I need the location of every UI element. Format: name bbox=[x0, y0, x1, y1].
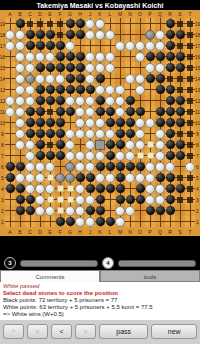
board-point-E6[interactable] bbox=[45, 161, 55, 172]
board-point-B2[interactable] bbox=[15, 205, 25, 216]
board-point-C2[interactable] bbox=[25, 205, 35, 216]
board-point-Q16[interactable] bbox=[155, 51, 165, 62]
board-point-P18[interactable] bbox=[145, 29, 155, 40]
board-point-R5[interactable] bbox=[165, 172, 175, 183]
board-point-N1[interactable] bbox=[125, 216, 135, 227]
board-point-H11[interactable] bbox=[75, 106, 85, 117]
board-point-M3[interactable] bbox=[115, 194, 125, 205]
board-point-Q1[interactable] bbox=[155, 216, 165, 227]
board-point-G17[interactable] bbox=[65, 40, 75, 51]
board-point-D17[interactable] bbox=[35, 40, 45, 51]
board-point-S5[interactable] bbox=[175, 172, 185, 183]
board-point-J10[interactable] bbox=[85, 117, 95, 128]
board-point-H12[interactable] bbox=[75, 95, 85, 106]
board-point-B11[interactable] bbox=[15, 106, 25, 117]
board-point-D13[interactable] bbox=[35, 84, 45, 95]
board-point-K8[interactable] bbox=[95, 139, 105, 150]
board-point-T7[interactable] bbox=[185, 150, 195, 161]
board-point-L18[interactable] bbox=[105, 29, 115, 40]
board-point-O7[interactable] bbox=[135, 150, 145, 161]
board-point-K2[interactable] bbox=[95, 205, 105, 216]
board-point-A9[interactable] bbox=[5, 128, 15, 139]
board-point-G19[interactable] bbox=[65, 18, 75, 29]
board-point-L13[interactable] bbox=[105, 84, 115, 95]
board-point-J1[interactable] bbox=[85, 216, 95, 227]
board-point-E8[interactable] bbox=[45, 139, 55, 150]
board-point-O15[interactable] bbox=[135, 62, 145, 73]
board-point-P16[interactable] bbox=[145, 51, 155, 62]
board-point-F10[interactable] bbox=[55, 117, 65, 128]
board-point-F15[interactable] bbox=[55, 62, 65, 73]
board-point-P8[interactable] bbox=[145, 139, 155, 150]
board-point-B4[interactable] bbox=[15, 183, 25, 194]
board-point-O9[interactable] bbox=[135, 128, 145, 139]
board-point-T4[interactable] bbox=[185, 183, 195, 194]
board-point-H2[interactable] bbox=[75, 205, 85, 216]
white-seekbar[interactable] bbox=[118, 260, 196, 267]
board-point-R4[interactable] bbox=[165, 183, 175, 194]
board-point-S18[interactable] bbox=[175, 29, 185, 40]
board-point-F14[interactable] bbox=[55, 73, 65, 84]
board-point-Q8[interactable] bbox=[155, 139, 165, 150]
board-point-S3[interactable] bbox=[175, 194, 185, 205]
board-point-J15[interactable] bbox=[85, 62, 95, 73]
board-point-J2[interactable] bbox=[85, 205, 95, 216]
board-point-M18[interactable] bbox=[115, 29, 125, 40]
board-point-C4[interactable] bbox=[25, 183, 35, 194]
board-point-D5[interactable] bbox=[35, 172, 45, 183]
board-point-L2[interactable] bbox=[105, 205, 115, 216]
board-point-E3[interactable] bbox=[45, 194, 55, 205]
board-point-G4[interactable] bbox=[65, 183, 75, 194]
board-point-M12[interactable] bbox=[115, 95, 125, 106]
board-point-E7[interactable] bbox=[45, 150, 55, 161]
board-point-C11[interactable] bbox=[25, 106, 35, 117]
board-point-O6[interactable] bbox=[135, 161, 145, 172]
board-point-L15[interactable] bbox=[105, 62, 115, 73]
board-point-J18[interactable] bbox=[85, 29, 95, 40]
board-point-P13[interactable] bbox=[145, 84, 155, 95]
board-point-R10[interactable] bbox=[165, 117, 175, 128]
board-point-D19[interactable] bbox=[35, 18, 45, 29]
board-point-K5[interactable] bbox=[95, 172, 105, 183]
board-point-M6[interactable] bbox=[115, 161, 125, 172]
board-point-R17[interactable] bbox=[165, 40, 175, 51]
board-point-H4[interactable] bbox=[75, 183, 85, 194]
board-point-G8[interactable] bbox=[65, 139, 75, 150]
board-point-P3[interactable] bbox=[145, 194, 155, 205]
board-point-H3[interactable] bbox=[75, 194, 85, 205]
board-point-C8[interactable] bbox=[25, 139, 35, 150]
board-point-G9[interactable] bbox=[65, 128, 75, 139]
board-point-H8[interactable] bbox=[75, 139, 85, 150]
pass-button[interactable]: pass bbox=[99, 324, 148, 339]
board-point-L5[interactable] bbox=[105, 172, 115, 183]
board-point-Q4[interactable] bbox=[155, 183, 165, 194]
board-point-T9[interactable] bbox=[185, 128, 195, 139]
board-point-T19[interactable] bbox=[185, 18, 195, 29]
board-point-F3[interactable] bbox=[55, 194, 65, 205]
board-point-F6[interactable] bbox=[55, 161, 65, 172]
board-point-B7[interactable] bbox=[15, 150, 25, 161]
board-point-K15[interactable] bbox=[95, 62, 105, 73]
board-point-A6[interactable] bbox=[5, 161, 15, 172]
board-point-E10[interactable] bbox=[45, 117, 55, 128]
board-point-Q2[interactable] bbox=[155, 205, 165, 216]
board-point-H16[interactable] bbox=[75, 51, 85, 62]
board-point-N19[interactable] bbox=[125, 18, 135, 29]
board-point-N8[interactable] bbox=[125, 139, 135, 150]
board-point-H13[interactable] bbox=[75, 84, 85, 95]
board-point-J16[interactable] bbox=[85, 51, 95, 62]
board-point-H7[interactable] bbox=[75, 150, 85, 161]
board-point-J7[interactable] bbox=[85, 150, 95, 161]
board-point-F13[interactable] bbox=[55, 84, 65, 95]
board-point-H5[interactable] bbox=[75, 172, 85, 183]
board-point-B16[interactable] bbox=[15, 51, 25, 62]
board-point-Q7[interactable] bbox=[155, 150, 165, 161]
board-point-N12[interactable] bbox=[125, 95, 135, 106]
board-point-S7[interactable] bbox=[175, 150, 185, 161]
board-point-B19[interactable] bbox=[15, 18, 25, 29]
board-point-C19[interactable] bbox=[25, 18, 35, 29]
board-point-L1[interactable] bbox=[105, 216, 115, 227]
board-point-T16[interactable] bbox=[185, 51, 195, 62]
board-point-O12[interactable] bbox=[135, 95, 145, 106]
board-point-H19[interactable] bbox=[75, 18, 85, 29]
board-point-L6[interactable] bbox=[105, 161, 115, 172]
board-point-B6[interactable] bbox=[15, 161, 25, 172]
board-point-O18[interactable] bbox=[135, 29, 145, 40]
board-point-P11[interactable] bbox=[145, 106, 155, 117]
board-point-N6[interactable] bbox=[125, 161, 135, 172]
board-point-R19[interactable] bbox=[165, 18, 175, 29]
board-point-J3[interactable] bbox=[85, 194, 95, 205]
board-point-O4[interactable] bbox=[135, 183, 145, 194]
board-point-R18[interactable] bbox=[165, 29, 175, 40]
board-point-P17[interactable] bbox=[145, 40, 155, 51]
board-point-O14[interactable] bbox=[135, 73, 145, 84]
board-point-P10[interactable] bbox=[145, 117, 155, 128]
board-point-R12[interactable] bbox=[165, 95, 175, 106]
tab-tools[interactable]: tools bbox=[100, 270, 200, 282]
board-point-A4[interactable] bbox=[5, 183, 15, 194]
board-point-A15[interactable] bbox=[5, 62, 15, 73]
black-seekbar[interactable] bbox=[20, 260, 98, 267]
board-point-E2[interactable] bbox=[45, 205, 55, 216]
board-point-M16[interactable] bbox=[115, 51, 125, 62]
board-point-D10[interactable] bbox=[35, 117, 45, 128]
board-point-R14[interactable] bbox=[165, 73, 175, 84]
board-point-M8[interactable] bbox=[115, 139, 125, 150]
new-game-button[interactable]: new bbox=[151, 324, 197, 339]
board-point-T3[interactable] bbox=[185, 194, 195, 205]
board-point-O11[interactable] bbox=[135, 106, 145, 117]
board-point-A14[interactable] bbox=[5, 73, 15, 84]
board-point-E11[interactable] bbox=[45, 106, 55, 117]
board-point-F5[interactable] bbox=[55, 172, 65, 183]
board-point-F19[interactable] bbox=[55, 18, 65, 29]
board-point-B8[interactable] bbox=[15, 139, 25, 150]
board-point-Q15[interactable] bbox=[155, 62, 165, 73]
board-point-S2[interactable] bbox=[175, 205, 185, 216]
board-point-T14[interactable] bbox=[185, 73, 195, 84]
board-point-P15[interactable] bbox=[145, 62, 155, 73]
board-point-P1[interactable] bbox=[145, 216, 155, 227]
board-point-D4[interactable] bbox=[35, 183, 45, 194]
board-point-R8[interactable] bbox=[165, 139, 175, 150]
board-point-S13[interactable] bbox=[175, 84, 185, 95]
board-point-Q17[interactable] bbox=[155, 40, 165, 51]
board-point-Q3[interactable] bbox=[155, 194, 165, 205]
board-point-G13[interactable] bbox=[65, 84, 75, 95]
board-point-O19[interactable] bbox=[135, 18, 145, 29]
board-point-N13[interactable] bbox=[125, 84, 135, 95]
board-point-B9[interactable] bbox=[15, 128, 25, 139]
board-point-A7[interactable] bbox=[5, 150, 15, 161]
board-point-E13[interactable] bbox=[45, 84, 55, 95]
board-point-G2[interactable] bbox=[65, 205, 75, 216]
board-point-K13[interactable] bbox=[95, 84, 105, 95]
board-point-C14[interactable] bbox=[25, 73, 35, 84]
board-point-B14[interactable] bbox=[15, 73, 25, 84]
board-point-M5[interactable] bbox=[115, 172, 125, 183]
board-point-M10[interactable] bbox=[115, 117, 125, 128]
board-point-G18[interactable] bbox=[65, 29, 75, 40]
board-point-F4[interactable] bbox=[55, 183, 65, 194]
board-point-F17[interactable] bbox=[55, 40, 65, 51]
board-point-S8[interactable] bbox=[175, 139, 185, 150]
board-point-C10[interactable] bbox=[25, 117, 35, 128]
board-point-M4[interactable] bbox=[115, 183, 125, 194]
board-point-R9[interactable] bbox=[165, 128, 175, 139]
board-point-C6[interactable] bbox=[25, 161, 35, 172]
board-point-R13[interactable] bbox=[165, 84, 175, 95]
board-point-Q6[interactable] bbox=[155, 161, 165, 172]
board-point-G1[interactable] bbox=[65, 216, 75, 227]
board-point-D8[interactable] bbox=[35, 139, 45, 150]
board-point-F18[interactable] bbox=[55, 29, 65, 40]
board-point-D16[interactable] bbox=[35, 51, 45, 62]
board-point-P9[interactable] bbox=[145, 128, 155, 139]
board-point-A18[interactable] bbox=[5, 29, 15, 40]
board-point-N2[interactable] bbox=[125, 205, 135, 216]
board-point-S16[interactable] bbox=[175, 51, 185, 62]
board-point-N4[interactable] bbox=[125, 183, 135, 194]
board-point-Q9[interactable] bbox=[155, 128, 165, 139]
board-point-A16[interactable] bbox=[5, 51, 15, 62]
board-point-A19[interactable] bbox=[5, 18, 15, 29]
board-point-R2[interactable] bbox=[165, 205, 175, 216]
board-point-C3[interactable] bbox=[25, 194, 35, 205]
board-point-K6[interactable] bbox=[95, 161, 105, 172]
board-point-G14[interactable] bbox=[65, 73, 75, 84]
board-point-K9[interactable] bbox=[95, 128, 105, 139]
board-point-O2[interactable] bbox=[135, 205, 145, 216]
board-point-D11[interactable] bbox=[35, 106, 45, 117]
board-point-B12[interactable] bbox=[15, 95, 25, 106]
board-point-S17[interactable] bbox=[175, 40, 185, 51]
board-point-N14[interactable] bbox=[125, 73, 135, 84]
board-point-F16[interactable] bbox=[55, 51, 65, 62]
board-point-M7[interactable] bbox=[115, 150, 125, 161]
board-point-E16[interactable] bbox=[45, 51, 55, 62]
board-point-O5[interactable] bbox=[135, 172, 145, 183]
board-point-S11[interactable] bbox=[175, 106, 185, 117]
board-point-H14[interactable] bbox=[75, 73, 85, 84]
board-point-O13[interactable] bbox=[135, 84, 145, 95]
board-point-G7[interactable] bbox=[65, 150, 75, 161]
board-point-S9[interactable] bbox=[175, 128, 185, 139]
board-point-J14[interactable] bbox=[85, 73, 95, 84]
board-point-C16[interactable] bbox=[25, 51, 35, 62]
board-point-R7[interactable] bbox=[165, 150, 175, 161]
board-point-F9[interactable] bbox=[55, 128, 65, 139]
board-point-L12[interactable] bbox=[105, 95, 115, 106]
board-point-A2[interactable] bbox=[5, 205, 15, 216]
board-point-O10[interactable] bbox=[135, 117, 145, 128]
board-point-L14[interactable] bbox=[105, 73, 115, 84]
board-point-K18[interactable] bbox=[95, 29, 105, 40]
board-point-C18[interactable] bbox=[25, 29, 35, 40]
board-point-S6[interactable] bbox=[175, 161, 185, 172]
board-point-O1[interactable] bbox=[135, 216, 145, 227]
board-point-A13[interactable] bbox=[5, 84, 15, 95]
board-point-D15[interactable] bbox=[35, 62, 45, 73]
board-point-H18[interactable] bbox=[75, 29, 85, 40]
board-point-K11[interactable] bbox=[95, 106, 105, 117]
board-point-T2[interactable] bbox=[185, 205, 195, 216]
board-point-M9[interactable] bbox=[115, 128, 125, 139]
board-point-Q13[interactable] bbox=[155, 84, 165, 95]
board-point-C12[interactable] bbox=[25, 95, 35, 106]
board-point-A5[interactable] bbox=[5, 172, 15, 183]
board-point-R3[interactable] bbox=[165, 194, 175, 205]
board-point-N9[interactable] bbox=[125, 128, 135, 139]
board-point-M13[interactable] bbox=[115, 84, 125, 95]
board-point-N3[interactable] bbox=[125, 194, 135, 205]
board-point-F7[interactable] bbox=[55, 150, 65, 161]
board-point-H6[interactable] bbox=[75, 161, 85, 172]
board-point-A1[interactable] bbox=[5, 216, 15, 227]
board-point-D1[interactable] bbox=[35, 216, 45, 227]
board-point-S19[interactable] bbox=[175, 18, 185, 29]
board-point-G5[interactable] bbox=[65, 172, 75, 183]
board-point-D3[interactable] bbox=[35, 194, 45, 205]
board-point-K17[interactable] bbox=[95, 40, 105, 51]
board-point-P7[interactable] bbox=[145, 150, 155, 161]
board-point-Q5[interactable] bbox=[155, 172, 165, 183]
board-point-N7[interactable] bbox=[125, 150, 135, 161]
board-point-K1[interactable] bbox=[95, 216, 105, 227]
board-point-M15[interactable] bbox=[115, 62, 125, 73]
board-point-K12[interactable] bbox=[95, 95, 105, 106]
board-point-P19[interactable] bbox=[145, 18, 155, 29]
board-point-N17[interactable] bbox=[125, 40, 135, 51]
board-point-S1[interactable] bbox=[175, 216, 185, 227]
board-point-H15[interactable] bbox=[75, 62, 85, 73]
board-point-H17[interactable] bbox=[75, 40, 85, 51]
board-point-D2[interactable] bbox=[35, 205, 45, 216]
board-point-S12[interactable] bbox=[175, 95, 185, 106]
board-point-N16[interactable] bbox=[125, 51, 135, 62]
board-point-L4[interactable] bbox=[105, 183, 115, 194]
board-point-S14[interactable] bbox=[175, 73, 185, 84]
board-point-T8[interactable] bbox=[185, 139, 195, 150]
board-point-G3[interactable] bbox=[65, 194, 75, 205]
board-point-B13[interactable] bbox=[15, 84, 25, 95]
board-point-P12[interactable] bbox=[145, 95, 155, 106]
board-point-T10[interactable] bbox=[185, 117, 195, 128]
board-point-L11[interactable] bbox=[105, 106, 115, 117]
board-point-C1[interactable] bbox=[25, 216, 35, 227]
board-point-E12[interactable] bbox=[45, 95, 55, 106]
tab-comments[interactable]: Comments bbox=[0, 270, 100, 282]
board-point-E4[interactable] bbox=[45, 183, 55, 194]
board-point-N15[interactable] bbox=[125, 62, 135, 73]
board-point-J13[interactable] bbox=[85, 84, 95, 95]
board-point-O16[interactable] bbox=[135, 51, 145, 62]
board-point-G6[interactable] bbox=[65, 161, 75, 172]
board-point-K19[interactable] bbox=[95, 18, 105, 29]
board-point-J12[interactable] bbox=[85, 95, 95, 106]
board-point-Q18[interactable] bbox=[155, 29, 165, 40]
board-point-T15[interactable] bbox=[185, 62, 195, 73]
board-point-K14[interactable] bbox=[95, 73, 105, 84]
board-point-T12[interactable] bbox=[185, 95, 195, 106]
board-point-C13[interactable] bbox=[25, 84, 35, 95]
board-point-A3[interactable] bbox=[5, 194, 15, 205]
board-point-H9[interactable] bbox=[75, 128, 85, 139]
board-point-E17[interactable] bbox=[45, 40, 55, 51]
board-point-M1[interactable] bbox=[115, 216, 125, 227]
board-point-P14[interactable] bbox=[145, 73, 155, 84]
board-point-J19[interactable] bbox=[85, 18, 95, 29]
board-point-B18[interactable] bbox=[15, 29, 25, 40]
board-point-L7[interactable] bbox=[105, 150, 115, 161]
board-point-S15[interactable] bbox=[175, 62, 185, 73]
board-point-T11[interactable] bbox=[185, 106, 195, 117]
board-point-N10[interactable] bbox=[125, 117, 135, 128]
board-point-J17[interactable] bbox=[85, 40, 95, 51]
board-point-A12[interactable] bbox=[5, 95, 15, 106]
board-point-C15[interactable] bbox=[25, 62, 35, 73]
board-point-F11[interactable] bbox=[55, 106, 65, 117]
board-point-F8[interactable] bbox=[55, 139, 65, 150]
board-point-D7[interactable] bbox=[35, 150, 45, 161]
board-point-C7[interactable] bbox=[25, 150, 35, 161]
board-point-T5[interactable] bbox=[185, 172, 195, 183]
board-point-J4[interactable] bbox=[85, 183, 95, 194]
board-point-L3[interactable] bbox=[105, 194, 115, 205]
board-point-N11[interactable] bbox=[125, 106, 135, 117]
board-point-E9[interactable] bbox=[45, 128, 55, 139]
board-point-P5[interactable] bbox=[145, 172, 155, 183]
board-point-J5[interactable] bbox=[85, 172, 95, 183]
board-point-B17[interactable] bbox=[15, 40, 25, 51]
board-point-Q10[interactable] bbox=[155, 117, 165, 128]
board-point-K4[interactable] bbox=[95, 183, 105, 194]
board-point-L10[interactable] bbox=[105, 117, 115, 128]
board-point-C9[interactable] bbox=[25, 128, 35, 139]
board-point-O8[interactable] bbox=[135, 139, 145, 150]
board-point-G11[interactable] bbox=[65, 106, 75, 117]
board-point-O3[interactable] bbox=[135, 194, 145, 205]
board-point-B10[interactable] bbox=[15, 117, 25, 128]
board-point-E18[interactable] bbox=[45, 29, 55, 40]
board-point-D12[interactable] bbox=[35, 95, 45, 106]
board-point-M19[interactable] bbox=[115, 18, 125, 29]
